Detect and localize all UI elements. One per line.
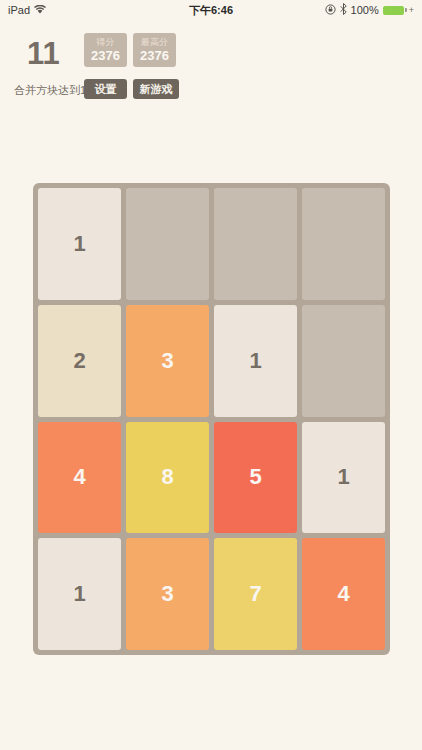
tile-1-r3c4: 1 — [302, 422, 385, 534]
tile-1-r1c1: 1 — [38, 188, 121, 300]
page-title: 11 — [27, 36, 60, 72]
battery-icon — [383, 6, 404, 15]
tile-2-r2c1: 2 — [38, 305, 121, 417]
tile-4-r4c4: 4 — [302, 538, 385, 650]
best-score-label: 最高分 — [141, 37, 168, 48]
best-score-box: 最高分 2376 — [133, 33, 176, 67]
tile-7-r4c3: 7 — [214, 538, 297, 650]
empty-cell-r2c4 — [302, 305, 385, 417]
status-bar: 下午6:46 iPad 100% — [0, 0, 422, 20]
battery-nub — [405, 8, 407, 12]
tile-1-r4c1: 1 — [38, 538, 121, 650]
best-score-value: 2376 — [140, 48, 169, 63]
tile-1-r2c3: 1 — [214, 305, 297, 417]
goal-subtitle: 合并方块达到11 — [14, 83, 91, 98]
settings-button[interactable]: 设置 — [84, 79, 127, 99]
tile-4-r3c1: 4 — [38, 422, 121, 534]
score-label: 得分 — [97, 37, 115, 48]
tile-8-r3c2: 8 — [126, 422, 209, 534]
empty-cell-r1c4 — [302, 188, 385, 300]
tile-3-r4c2: 3 — [126, 538, 209, 650]
score-value: 2376 — [91, 48, 120, 63]
empty-cell-r1c3 — [214, 188, 297, 300]
tile-3-r2c2: 3 — [126, 305, 209, 417]
score-box: 得分 2376 — [84, 33, 127, 67]
app-screen: 下午6:46 iPad 100% — [0, 0, 422, 750]
new-game-button[interactable]: 新游戏 — [133, 79, 179, 99]
tile-5-r3c3: 5 — [214, 422, 297, 534]
game-board[interactable]: 123148511374 — [33, 183, 390, 655]
empty-cell-r1c2 — [126, 188, 209, 300]
status-time: 下午6:46 — [0, 3, 422, 18]
